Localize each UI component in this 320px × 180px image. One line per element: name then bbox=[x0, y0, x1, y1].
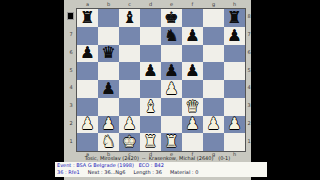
square-g2: ♟ bbox=[203, 116, 224, 134]
square-c8: ♝ bbox=[119, 9, 140, 27]
square-d3: ♝ bbox=[140, 98, 161, 116]
square-f1 bbox=[182, 133, 203, 151]
rank-label-7: 7 bbox=[66, 26, 76, 44]
video-frame: abcdefgh abcdefgh 7654321 87654321 ♜♝♚♜♞… bbox=[0, 0, 320, 180]
file-label-c: c bbox=[119, 0, 140, 8]
file-label-f: f bbox=[182, 0, 203, 8]
square-h5 bbox=[224, 62, 245, 80]
square-h3 bbox=[224, 98, 245, 116]
white-queen: ♛ bbox=[185, 99, 199, 115]
file-label-a: a bbox=[77, 0, 98, 8]
rank-label-2: 2 bbox=[246, 115, 252, 133]
square-h6 bbox=[224, 45, 245, 63]
rank-label-8: 8 bbox=[246, 8, 252, 26]
black-pawn: ♟ bbox=[101, 81, 115, 97]
black-rook: ♜ bbox=[227, 10, 241, 26]
black-pawn: ♟ bbox=[227, 28, 241, 44]
square-a6: ♟ bbox=[77, 45, 98, 63]
rank-labels-right: 87654321 bbox=[246, 8, 252, 150]
black-rook: ♜ bbox=[80, 10, 94, 26]
white-king: ♚ bbox=[122, 134, 136, 150]
square-b3 bbox=[98, 98, 119, 116]
square-c2: ♟ bbox=[119, 116, 140, 134]
square-g8 bbox=[203, 9, 224, 27]
file-label-g: g bbox=[203, 0, 224, 8]
square-f5: ♟ bbox=[182, 62, 203, 80]
file-label-h: h bbox=[224, 0, 245, 8]
rank-label-6: 6 bbox=[66, 44, 76, 62]
square-g5 bbox=[203, 62, 224, 80]
square-b1: ♞ bbox=[98, 133, 119, 151]
square-g6 bbox=[203, 45, 224, 63]
rank-label-2: 2 bbox=[66, 115, 76, 133]
square-c1: ♚ bbox=[119, 133, 140, 151]
rank-label-3: 3 bbox=[66, 97, 76, 115]
black-bishop: ♝ bbox=[122, 10, 136, 26]
square-e7: ♞ bbox=[161, 27, 182, 45]
square-e8: ♚ bbox=[161, 9, 182, 27]
square-e5: ♟ bbox=[161, 62, 182, 80]
white-pawn: ♟ bbox=[122, 116, 136, 132]
white-pawn: ♟ bbox=[185, 116, 199, 132]
square-f8 bbox=[182, 9, 203, 27]
black-king: ♚ bbox=[164, 10, 178, 26]
caption-move: 36 : Rfe1 bbox=[57, 170, 80, 176]
white-pawn: ♟ bbox=[80, 116, 94, 132]
square-f2: ♟ bbox=[182, 116, 203, 134]
file-label-e: e bbox=[161, 0, 182, 8]
square-c6 bbox=[119, 45, 140, 63]
rank-labels-left: 7654321 bbox=[66, 8, 76, 150]
black-pawn: ♟ bbox=[143, 63, 157, 79]
board-panel: abcdefgh abcdefgh 7654321 87654321 ♜♝♚♜♞… bbox=[64, 0, 251, 180]
white-pawn: ♟ bbox=[227, 116, 241, 132]
square-b5 bbox=[98, 62, 119, 80]
square-b7 bbox=[98, 27, 119, 45]
rank-label-7: 7 bbox=[246, 26, 252, 44]
white-knight: ♞ bbox=[101, 134, 115, 150]
caption-moveinfo: 36 : Rfe1 Next : 36...Ng6 Length : 36 Ma… bbox=[57, 170, 198, 176]
white-rook: ♜ bbox=[143, 134, 157, 150]
square-a3 bbox=[77, 98, 98, 116]
square-g4 bbox=[203, 80, 224, 98]
square-h2: ♟ bbox=[224, 116, 245, 134]
square-d6 bbox=[140, 45, 161, 63]
square-e3 bbox=[161, 98, 182, 116]
square-h8: ♜ bbox=[224, 9, 245, 27]
rank-label-3: 3 bbox=[246, 97, 252, 115]
square-d4 bbox=[140, 80, 161, 98]
white-pawn: ♟ bbox=[101, 116, 115, 132]
caption-event: Event : BSA G Belgrade (1998) ECO : B42 bbox=[57, 163, 164, 169]
rank-label-5: 5 bbox=[66, 61, 76, 79]
square-c7 bbox=[119, 27, 140, 45]
square-d2 bbox=[140, 116, 161, 134]
square-e4: ♟ bbox=[161, 80, 182, 98]
square-a1 bbox=[77, 133, 98, 151]
square-f6 bbox=[182, 45, 203, 63]
square-g1 bbox=[203, 133, 224, 151]
rank-label-6: 6 bbox=[246, 44, 252, 62]
square-h7: ♟ bbox=[224, 27, 245, 45]
square-b2: ♟ bbox=[98, 116, 119, 134]
square-a2: ♟ bbox=[77, 116, 98, 134]
square-a4 bbox=[77, 80, 98, 98]
square-a7 bbox=[77, 27, 98, 45]
rank-label-4: 4 bbox=[66, 79, 76, 97]
square-f4 bbox=[182, 80, 203, 98]
caption-length: Length : 36 bbox=[133, 170, 161, 176]
black-to-move-indicator bbox=[67, 12, 74, 20]
square-b8 bbox=[98, 9, 119, 27]
rank-label-1: 1 bbox=[66, 132, 76, 150]
black-queen: ♛ bbox=[101, 45, 115, 61]
square-d5: ♟ bbox=[140, 62, 161, 80]
rank-label-5: 5 bbox=[246, 61, 252, 79]
white-pawn: ♟ bbox=[164, 81, 178, 97]
black-pawn: ♟ bbox=[80, 45, 94, 61]
caption-players: Tosic, Miroslav (2420) -- Krasenkow, Mic… bbox=[64, 156, 251, 162]
square-d1: ♜ bbox=[140, 133, 161, 151]
square-c5 bbox=[119, 62, 140, 80]
chessboard: ♜♝♚♜♞♟♟♟♛♟♟♟♟♟♝♛♟♟♟♟♟♟♞♚♜♜ bbox=[76, 8, 246, 152]
black-pawn: ♟ bbox=[185, 28, 199, 44]
black-pawn: ♟ bbox=[185, 63, 199, 79]
square-c3 bbox=[119, 98, 140, 116]
square-e1: ♜ bbox=[161, 133, 182, 151]
square-g7 bbox=[203, 27, 224, 45]
square-a5 bbox=[77, 62, 98, 80]
square-h4 bbox=[224, 80, 245, 98]
square-f7: ♟ bbox=[182, 27, 203, 45]
square-e6 bbox=[161, 45, 182, 63]
square-c4 bbox=[119, 80, 140, 98]
square-e2 bbox=[161, 116, 182, 134]
square-b4: ♟ bbox=[98, 80, 119, 98]
caption-panel: Event : BSA G Belgrade (1998) ECO : B42 … bbox=[55, 162, 267, 177]
square-g3 bbox=[203, 98, 224, 116]
square-d8 bbox=[140, 9, 161, 27]
square-a8: ♜ bbox=[77, 9, 98, 27]
white-bishop: ♝ bbox=[143, 99, 157, 115]
file-labels-top: abcdefgh bbox=[77, 0, 245, 8]
square-h1 bbox=[224, 133, 245, 151]
square-b6: ♛ bbox=[98, 45, 119, 63]
caption-material: Material : 0 bbox=[170, 170, 198, 176]
square-d7 bbox=[140, 27, 161, 45]
black-pawn: ♟ bbox=[164, 63, 178, 79]
rank-label-1: 1 bbox=[246, 132, 252, 150]
white-pawn: ♟ bbox=[206, 116, 220, 132]
white-rook: ♜ bbox=[164, 134, 178, 150]
square-f3: ♛ bbox=[182, 98, 203, 116]
file-label-d: d bbox=[140, 0, 161, 8]
caption-next: Next : 36...Ng6 bbox=[88, 170, 126, 176]
rank-label-4: 4 bbox=[246, 79, 252, 97]
file-label-b: b bbox=[98, 0, 119, 8]
black-knight: ♞ bbox=[164, 28, 178, 44]
